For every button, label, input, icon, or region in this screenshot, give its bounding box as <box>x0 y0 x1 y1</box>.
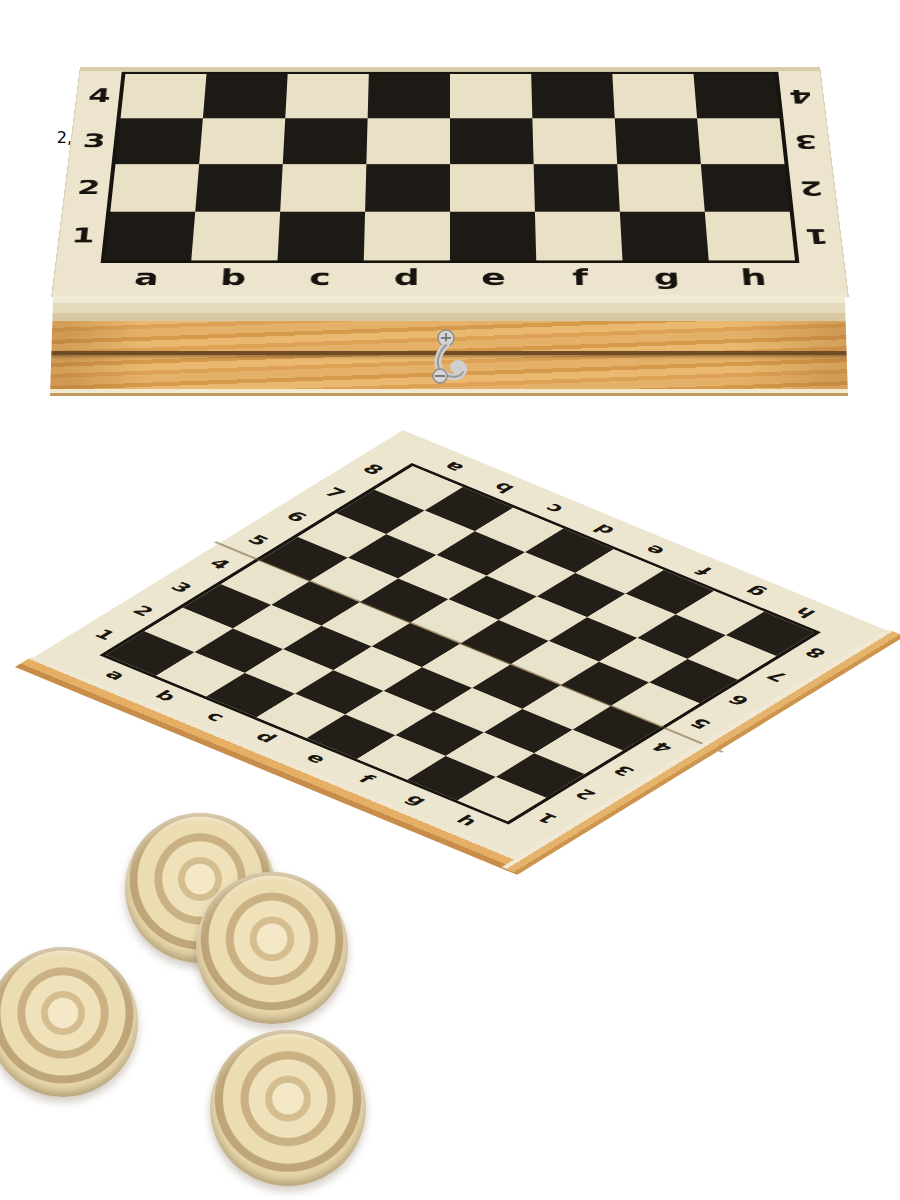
square-h3 <box>697 118 784 164</box>
file-label-e: e <box>450 262 537 297</box>
single-checker-dark <box>624 970 790 1136</box>
pile-checker-light-8 <box>210 1030 366 1186</box>
square-g3 <box>615 118 701 164</box>
rank-label-right-2: 2 <box>785 164 839 211</box>
square-a1 <box>105 212 195 261</box>
closed-box-squares-grid <box>105 74 795 261</box>
rank-label-right-3: 3 <box>779 118 832 164</box>
square-d1 <box>364 212 450 261</box>
file-label-d: d <box>363 262 450 297</box>
square-g1 <box>620 212 709 261</box>
rank-label-left-4: 4 <box>73 74 125 119</box>
clasp-hook-icon <box>423 329 473 395</box>
square-e1 <box>450 212 536 261</box>
square-h2 <box>701 164 790 211</box>
square-a2 <box>110 164 199 211</box>
rank-label-left-2: 2 <box>62 164 116 211</box>
file-label-a: a <box>101 262 191 297</box>
closed-box-fold-edge <box>79 67 820 71</box>
square-f3 <box>532 118 617 164</box>
file-label-g: g <box>623 262 712 297</box>
square-h1 <box>705 212 795 261</box>
square-f4 <box>531 74 615 119</box>
square-f1 <box>535 212 623 261</box>
square-b1 <box>191 212 280 261</box>
closed-box-front <box>50 295 848 396</box>
square-c2 <box>280 164 366 211</box>
square-h4 <box>693 74 779 119</box>
closed-box-plywood-edge <box>50 295 848 321</box>
rank-label-right-4: 4 <box>775 74 827 119</box>
file-label-c: c <box>276 262 364 297</box>
square-b4 <box>203 74 288 119</box>
square-e2 <box>450 164 535 211</box>
rank-label-left-1: 1 <box>56 212 111 261</box>
square-d4 <box>368 74 450 119</box>
square-g2 <box>617 164 704 211</box>
square-d3 <box>366 118 450 164</box>
square-c1 <box>278 212 366 261</box>
square-g4 <box>612 74 697 119</box>
rank-label-right-1: 1 <box>790 212 845 261</box>
square-e3 <box>450 118 534 164</box>
measure-arrow-shaft <box>0 0 3 128</box>
square-d2 <box>365 164 450 211</box>
square-a4 <box>121 74 207 119</box>
closed-box-top: 44332211abcdefgh <box>51 67 849 297</box>
square-c3 <box>283 118 368 164</box>
square-c4 <box>285 74 369 119</box>
square-b3 <box>199 118 285 164</box>
square-f2 <box>534 164 620 211</box>
square-e4 <box>450 74 532 119</box>
square-a3 <box>115 118 202 164</box>
rank-label-left-3: 3 <box>68 118 121 164</box>
closed-box-board-surface: 44332211abcdefgh <box>51 67 849 297</box>
file-label-h: h <box>709 262 799 297</box>
file-label-b: b <box>188 262 277 297</box>
file-label-f: f <box>536 262 624 297</box>
product-photo-stage: 44332211abcdefgh aabbccddeeffgghh8877665… <box>0 0 900 1200</box>
open-board: aabbccddeeffgghh8877665544332211 <box>34 430 887 857</box>
square-b2 <box>195 164 282 211</box>
